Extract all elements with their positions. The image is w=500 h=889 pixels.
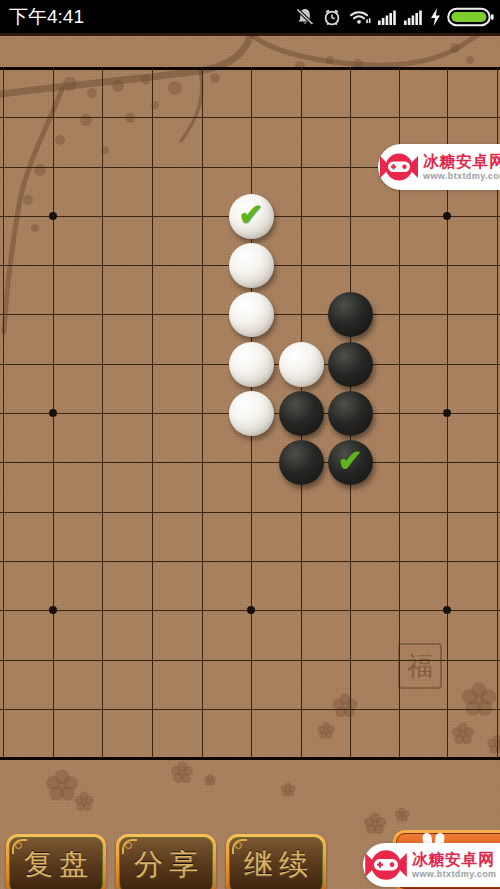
button-ornament-icon <box>122 839 137 854</box>
watermark-badge: 冰糖安卓网 www.btxtdmy.com <box>363 843 500 887</box>
white-stone <box>229 391 274 436</box>
button-ornament-icon <box>12 839 27 854</box>
black-stone: ✔ <box>328 440 373 485</box>
watermark-name: 冰糖安卓网 <box>423 153 500 171</box>
black-stone <box>328 292 373 337</box>
muted-bell-icon <box>294 6 316 28</box>
button-ornament-icon <box>232 839 247 854</box>
battery-icon <box>447 6 494 28</box>
check-mark-icon: ✔ <box>238 200 263 230</box>
status-icons <box>294 6 494 28</box>
share-button[interactable]: 分享 <box>116 834 216 889</box>
clock-time: 下午4:41 <box>6 4 84 30</box>
status-bar: 下午4:41 <box>0 0 500 33</box>
wifi-icon <box>348 6 372 28</box>
white-stone <box>279 342 324 387</box>
gomoku-game-screen: 下午4:41 <box>0 0 500 889</box>
candy-robot-logo-icon <box>363 843 409 887</box>
signal-bars-icon <box>403 6 424 28</box>
black-stone <box>279 440 324 485</box>
statusbar-divider <box>0 33 500 36</box>
white-stone <box>229 243 274 288</box>
check-mark-icon: ✔ <box>337 446 362 476</box>
candy-robot-logo-icon <box>378 147 420 187</box>
alarm-clock-icon <box>321 6 343 28</box>
watermark-name: 冰糖安卓网 <box>412 851 497 869</box>
watermark-badge: 冰糖安卓网 www.btxtdmy.com <box>378 144 500 190</box>
watermark-url: www.btxtdmy.com <box>412 869 497 879</box>
white-stone <box>229 292 274 337</box>
charging-bolt-icon <box>429 6 442 28</box>
black-stone <box>328 391 373 436</box>
black-stone <box>279 391 324 436</box>
white-stone: ✔ <box>229 194 274 239</box>
replay-button[interactable]: 复盘 <box>6 834 106 889</box>
black-stone <box>328 342 373 387</box>
white-stone <box>229 342 274 387</box>
watermark-url: www.btxtdmy.com <box>423 171 500 181</box>
stones-layer: ✔✔ <box>0 0 500 889</box>
signal-bars-icon <box>377 6 398 28</box>
continue-button[interactable]: 继续 <box>226 834 326 889</box>
